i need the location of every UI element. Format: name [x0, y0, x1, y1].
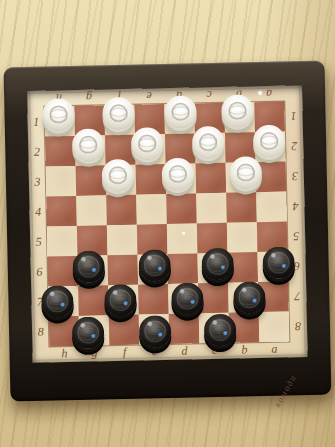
photo-scene: комоди hhggffeeddccbbaa1122334455667788⛀…: [0, 0, 335, 447]
rank-label-left-6: 6: [31, 257, 49, 287]
black-draughts-man-glyph: ⛂: [110, 288, 131, 312]
white-draughts-man-glyph: ⛀: [48, 102, 69, 126]
black-draughts-man-glyph: ⛂: [78, 321, 99, 345]
black-draughts-man-glyph: ⛂: [78, 255, 99, 279]
black-draughts-man-glyph: ⛂: [145, 319, 166, 343]
white-draughts-man-glyph: ⛀: [167, 162, 188, 186]
file-label-top-g: g: [74, 89, 104, 106]
rank-label-left-4: 4: [29, 197, 47, 227]
square-f8: [109, 315, 140, 346]
square-f4: [106, 195, 137, 226]
rank-label-left-3: 3: [29, 167, 47, 197]
file-label-bottom-d: d: [169, 343, 199, 360]
square-e7: [138, 284, 169, 315]
black-draughts-man-glyph: ⛂: [177, 287, 198, 311]
white-draughts-man-glyph: ⛀: [259, 129, 280, 153]
square-b5: [227, 222, 258, 253]
rank-label-right-3: 3: [286, 161, 305, 191]
square-f5: [107, 225, 138, 256]
white-draughts-man-glyph: ⛀: [108, 163, 129, 187]
rank-label-right-2: 2: [285, 131, 304, 161]
square-h2: [45, 136, 76, 167]
white-draughts-man-glyph: ⛀: [108, 101, 129, 125]
file-label-bottom-f: f: [109, 345, 139, 362]
rank-label-right-8: 8: [289, 311, 308, 341]
board-paper: комоди hhggffeeddccbbaa1122334455667788⛀…: [27, 85, 308, 363]
square-g4: [76, 195, 107, 226]
square-b4: [226, 192, 257, 223]
checkers-tray-frame: комоди hhggffeeddccbbaa1122334455667788⛀…: [4, 61, 332, 402]
file-label-bottom-b: b: [229, 342, 259, 359]
square-a4: [256, 192, 287, 223]
rank-label-right-7: 7: [288, 281, 307, 311]
square-d4: [166, 193, 197, 224]
rank-label-left-8: 8: [32, 317, 50, 347]
black-draughts-man-glyph: ⛂: [144, 253, 165, 277]
file-label-top-c: c: [194, 87, 224, 104]
rank-label-right-5: 5: [287, 221, 306, 251]
rank-label-left-2: 2: [28, 137, 46, 167]
square-h3: [46, 166, 77, 197]
white-draughts-man-glyph: ⛀: [227, 98, 248, 122]
rank-label-right-4: 4: [286, 191, 305, 221]
rank-label-right-1: 1: [284, 101, 303, 131]
square-d6: [167, 253, 198, 284]
black-draughts-man-glyph: ⛂: [239, 285, 260, 309]
rank-label-left-5: 5: [30, 227, 48, 257]
square-f6: [107, 255, 138, 286]
tray-well: комоди hhggffeeddccbbaa1122334455667788⛀…: [27, 85, 308, 363]
white-draughts-man-glyph: ⛀: [137, 131, 158, 155]
white-draughts-man-glyph: ⛀: [170, 100, 191, 124]
black-draughts-man-glyph: ⛂: [207, 252, 228, 276]
piece-black-a6: ⛂: [262, 247, 295, 280]
square-h4: [46, 196, 77, 227]
file-label-bottom-a: a: [259, 341, 289, 358]
square-e4: [136, 194, 167, 225]
white-draughts-man-glyph: ⛀: [198, 130, 219, 154]
white-draughts-man-glyph: ⛀: [78, 133, 99, 157]
black-draughts-man-glyph: ⛂: [210, 318, 231, 342]
file-label-top-e: e: [134, 88, 164, 105]
file-label-bottom-h: h: [49, 346, 79, 363]
square-d5: [167, 223, 198, 254]
black-draughts-man-glyph: ⛂: [268, 251, 289, 275]
dust-speck: [258, 91, 262, 95]
white-draughts-man-glyph: ⛀: [235, 160, 256, 184]
square-d8: [169, 313, 200, 344]
square-c4: [196, 193, 227, 224]
dust-speck: [182, 232, 185, 235]
square-h5: [47, 226, 78, 257]
square-a8: [259, 311, 290, 342]
square-c3: [196, 163, 227, 194]
black-draughts-man-glyph: ⛂: [47, 289, 68, 313]
